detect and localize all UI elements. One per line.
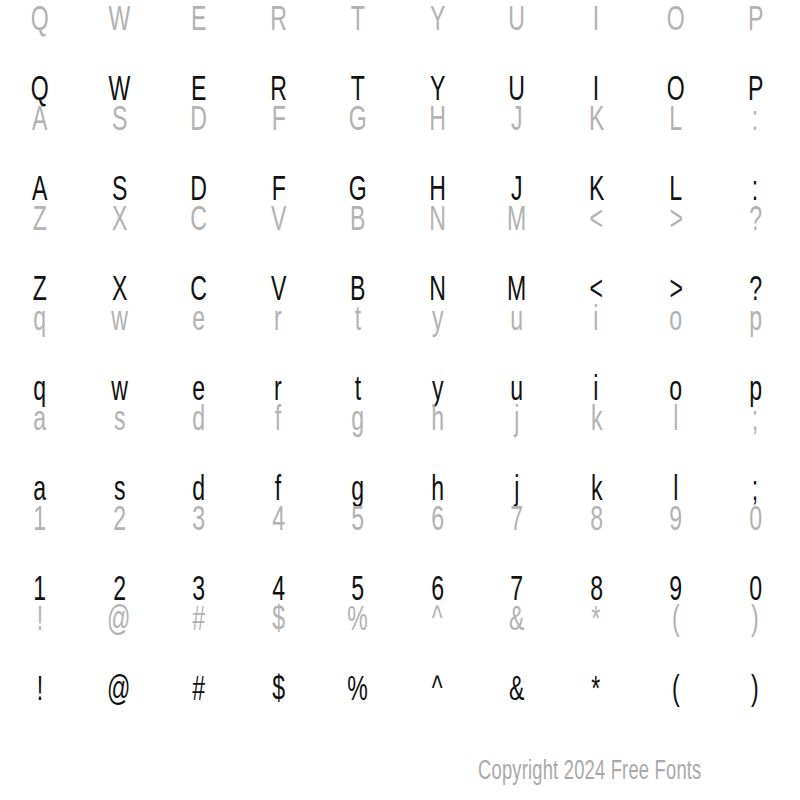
glyph: ! xyxy=(37,670,43,705)
glyph-cell-r7-c2: @ xyxy=(80,600,160,635)
glyph-cell-r3-c1: Z xyxy=(0,200,80,235)
glyph: k xyxy=(590,400,602,435)
glyph-cell-r1-c10: P xyxy=(716,0,796,35)
glyph-cell-r5-c6: h xyxy=(398,400,478,435)
glyph-cell-r6-c1: 1 xyxy=(0,500,80,535)
glyph-cell-r3-c2: X xyxy=(80,200,160,235)
glyph-row-main-7: !@#$%^&*() xyxy=(0,670,795,705)
glyph: F xyxy=(271,100,285,135)
glyph: Z xyxy=(33,200,47,235)
glyph-cell-r2-c2: S xyxy=(80,100,160,135)
glyph: 5 xyxy=(351,500,364,535)
glyph-row-echo-1: QWERTYUIOP xyxy=(0,0,795,35)
glyph-cell-r6-c3: 3 xyxy=(159,500,239,535)
glyph: H xyxy=(429,100,446,135)
glyph: T xyxy=(351,0,365,35)
glyph: L xyxy=(669,100,682,135)
glyph-cell-r4-c8: i xyxy=(557,300,637,335)
glyph-cell-r5-c1: a xyxy=(0,400,80,435)
glyph-cell-r3-c8: < xyxy=(557,200,637,235)
glyph-cell-r5-c4: f xyxy=(239,400,319,435)
glyph-cell-r4-c9: o xyxy=(636,300,716,335)
glyph-cell-r2-c9: L xyxy=(636,100,716,135)
glyph: * xyxy=(592,670,601,705)
glyph: 2 xyxy=(113,500,126,535)
glyph: # xyxy=(192,670,205,705)
glyph-cell-r3-c9: > xyxy=(636,200,716,235)
glyph: ( xyxy=(672,600,680,635)
glyph-row-echo-6: 1234567890 xyxy=(0,500,795,535)
glyph: % xyxy=(347,670,368,705)
glyph-row-echo-3: ZXCVBNM<>? xyxy=(0,200,795,235)
glyph: t xyxy=(355,300,361,335)
glyph: C xyxy=(190,200,207,235)
glyph-cell-r1-c1: Q xyxy=(0,0,80,35)
glyph: S xyxy=(112,100,127,135)
glyph: ^ xyxy=(432,600,443,635)
glyph-cell-r4-c3: e xyxy=(159,300,239,335)
glyph-cell-r7-c8: * xyxy=(557,670,637,705)
glyph: A xyxy=(32,100,47,135)
glyph-cell-r7-c4: $ xyxy=(239,600,319,635)
glyph-cell-r2-c1: A xyxy=(0,100,80,135)
glyph-cell-r2-c6: H xyxy=(398,100,478,135)
glyph-cell-r7-c10: ) xyxy=(716,670,796,705)
glyph-cell-r2-c8: K xyxy=(557,100,637,135)
glyph: P xyxy=(748,0,763,35)
glyph: ) xyxy=(751,670,759,705)
glyph-cell-r2-c4: F xyxy=(239,100,319,135)
glyph-cell-r6-c6: 6 xyxy=(398,500,478,535)
glyph: d xyxy=(192,400,205,435)
glyph-cell-r2-c7: J xyxy=(477,100,557,135)
glyph-cell-r6-c8: 8 xyxy=(557,500,637,535)
glyph-cell-r7-c1: ! xyxy=(0,600,80,635)
glyph-cell-r4-c2: w xyxy=(80,300,160,335)
glyph: D xyxy=(190,100,207,135)
glyph: Y xyxy=(430,0,445,35)
glyph-cell-r1-c5: T xyxy=(318,0,398,35)
glyph: 3 xyxy=(192,500,205,535)
glyph: e xyxy=(192,300,205,335)
glyph-cell-r3-c10: ? xyxy=(716,200,796,235)
glyph-cell-r4-c4: r xyxy=(239,300,319,335)
glyph-cell-r3-c6: N xyxy=(398,200,478,235)
glyph-cell-r6-c2: 2 xyxy=(80,500,160,535)
glyph-cell-r7-c6: ^ xyxy=(398,600,478,635)
glyph-cell-r5-c2: s xyxy=(80,400,160,435)
glyph-cell-r5-c10: ; xyxy=(716,400,796,435)
glyph: I xyxy=(593,0,599,35)
glyph: : xyxy=(752,100,758,135)
glyph: > xyxy=(669,200,682,235)
glyph-cell-r7-c3: # xyxy=(159,600,239,635)
glyph: a xyxy=(33,400,46,435)
glyph: % xyxy=(347,600,368,635)
glyph-cell-r3-c3: C xyxy=(159,200,239,235)
glyph-cell-r3-c5: B xyxy=(318,200,398,235)
glyph: j xyxy=(514,400,519,435)
glyph: Q xyxy=(31,0,49,35)
glyph: N xyxy=(429,200,446,235)
glyph: 8 xyxy=(590,500,603,535)
glyph: ? xyxy=(749,200,762,235)
glyph: V xyxy=(271,200,286,235)
glyph-cell-r2-c10: : xyxy=(716,100,796,135)
glyph-row-echo-7: !@#$%^&*() xyxy=(0,600,795,635)
glyph-cell-r7-c5: % xyxy=(318,600,398,635)
glyph-cell-r5-c8: k xyxy=(557,400,637,435)
glyph-cell-r3-c4: V xyxy=(239,200,319,235)
glyph-cell-r1-c2: W xyxy=(80,0,160,35)
glyph: u xyxy=(510,300,523,335)
glyph-cell-r7-c4: $ xyxy=(239,670,319,705)
glyph: l xyxy=(673,400,678,435)
glyph-row-echo-4: qwertyuiop xyxy=(0,300,795,335)
glyph-cell-r5-c9: l xyxy=(636,400,716,435)
glyph: K xyxy=(589,100,604,135)
glyph-cell-r7-c7: & xyxy=(477,600,557,635)
glyph: < xyxy=(589,200,602,235)
glyph: 0 xyxy=(749,500,762,535)
glyph-cell-r7-c7: & xyxy=(477,670,557,705)
copyright-label: Copyright 2024 Free Fonts xyxy=(478,757,701,784)
glyph: 6 xyxy=(431,500,444,535)
glyph-cell-r6-c10: 0 xyxy=(716,500,796,535)
glyph-cell-r1-c6: Y xyxy=(398,0,478,35)
glyph: s xyxy=(113,400,125,435)
glyph-cell-r7-c10: ) xyxy=(716,600,796,635)
glyph-cell-r7-c9: ( xyxy=(636,670,716,705)
glyph-cell-r7-c1: ! xyxy=(0,670,80,705)
glyph-cell-r7-c3: # xyxy=(159,670,239,705)
glyph: W xyxy=(108,0,130,35)
glyph: R xyxy=(270,0,287,35)
glyph: G xyxy=(349,100,367,135)
glyph-cell-r2-c5: G xyxy=(318,100,398,135)
glyph-cell-r6-c4: 4 xyxy=(239,500,319,535)
glyph: ! xyxy=(37,600,43,635)
glyph-cell-r7-c8: * xyxy=(557,600,637,635)
glyph: o xyxy=(669,300,682,335)
glyph: p xyxy=(749,300,762,335)
glyph: g xyxy=(351,400,364,435)
glyph-cell-r1-c9: O xyxy=(636,0,716,35)
specimen-stage: Copyright 2024 Free Fonts QWERTYUIOPQWER… xyxy=(0,0,800,800)
glyph-cell-r7-c5: % xyxy=(318,670,398,705)
glyph: y xyxy=(431,300,443,335)
glyph: h xyxy=(431,400,444,435)
glyph: $ xyxy=(272,600,285,635)
glyph: i xyxy=(594,300,599,335)
glyph: ) xyxy=(751,600,759,635)
glyph-cell-r4-c10: p xyxy=(716,300,796,335)
glyph-cell-r7-c6: ^ xyxy=(398,670,478,705)
glyph: X xyxy=(112,200,127,235)
glyph: O xyxy=(667,0,685,35)
glyph: U xyxy=(508,0,525,35)
glyph: f xyxy=(275,400,281,435)
glyph-cell-r4-c6: y xyxy=(398,300,478,335)
glyph-cell-r4-c1: q xyxy=(0,300,80,335)
glyph-cell-r5-c5: g xyxy=(318,400,398,435)
glyph-cell-r1-c4: R xyxy=(239,0,319,35)
glyph-row-echo-5: asdfghjkl; xyxy=(0,400,795,435)
glyph: ( xyxy=(672,670,680,705)
glyph: @ xyxy=(108,670,131,705)
glyph-cell-r1-c8: I xyxy=(557,0,637,35)
glyph: 4 xyxy=(272,500,285,535)
glyph-cell-r6-c5: 5 xyxy=(318,500,398,535)
glyph: B xyxy=(350,200,365,235)
glyph-cell-r1-c3: E xyxy=(159,0,239,35)
glyph: M xyxy=(507,200,526,235)
glyph-cell-r6-c7: 7 xyxy=(477,500,557,535)
glyph-cell-r7-c2: @ xyxy=(80,670,160,705)
glyph: E xyxy=(191,0,206,35)
glyph: ^ xyxy=(432,670,443,705)
glyph: 1 xyxy=(33,500,46,535)
copyright-text: Copyright 2024 Free Fonts xyxy=(478,757,800,784)
glyph-cell-r7-c9: ( xyxy=(636,600,716,635)
glyph-cell-r2-c3: D xyxy=(159,100,239,135)
glyph-cell-r5-c7: j xyxy=(477,400,557,435)
glyph: & xyxy=(509,670,524,705)
glyph: 7 xyxy=(510,500,523,535)
glyph-cell-r1-c7: U xyxy=(477,0,557,35)
glyph: * xyxy=(592,600,601,635)
glyph: J xyxy=(511,100,523,135)
glyph: 9 xyxy=(669,500,682,535)
glyph: ; xyxy=(752,400,758,435)
glyph-cell-r6-c9: 9 xyxy=(636,500,716,535)
glyph: q xyxy=(33,300,46,335)
glyph-cell-r4-c5: t xyxy=(318,300,398,335)
glyph: # xyxy=(192,600,205,635)
glyph: & xyxy=(509,600,524,635)
glyph-cell-r5-c3: d xyxy=(159,400,239,435)
glyph: w xyxy=(111,300,128,335)
glyph: @ xyxy=(108,600,131,635)
glyph-cell-r3-c7: M xyxy=(477,200,557,235)
glyph: r xyxy=(274,300,282,335)
glyph: $ xyxy=(272,670,285,705)
glyph-row-echo-2: ASDFGHJKL: xyxy=(0,100,795,135)
glyph-cell-r4-c7: u xyxy=(477,300,557,335)
